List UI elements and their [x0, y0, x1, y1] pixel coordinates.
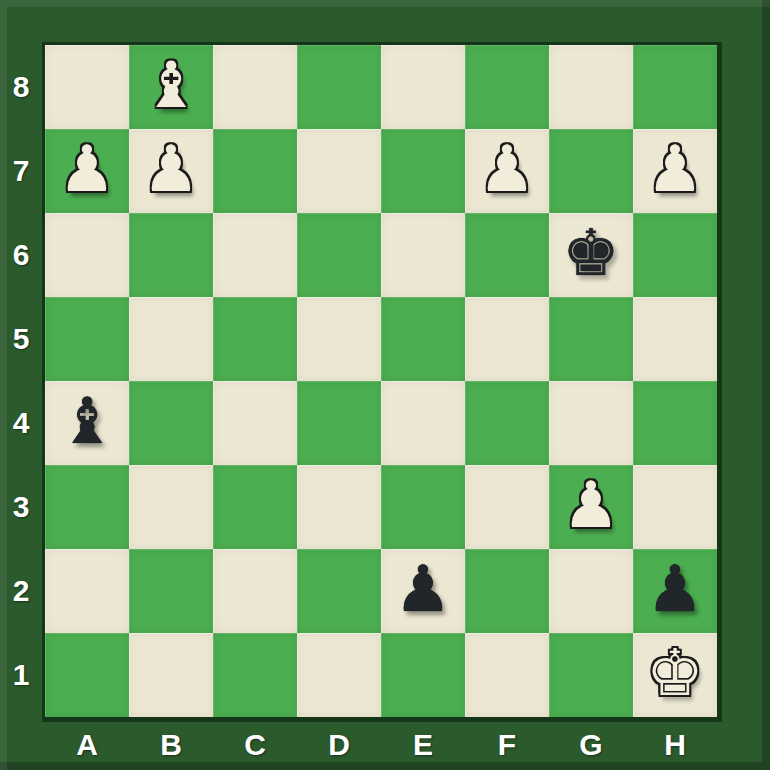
square-a2[interactable] — [45, 549, 129, 633]
file-label-b: B — [129, 722, 213, 770]
square-d2[interactable] — [297, 549, 381, 633]
file-label-e: E — [381, 722, 465, 770]
square-d1[interactable] — [297, 633, 381, 717]
file-label-g: G — [549, 722, 633, 770]
rank-label-2: 2 — [0, 549, 42, 633]
square-a6[interactable] — [45, 213, 129, 297]
square-d4[interactable] — [297, 381, 381, 465]
square-e2[interactable]: ♟ — [381, 549, 465, 633]
square-b8[interactable]: ♝ — [129, 45, 213, 129]
square-a3[interactable] — [45, 465, 129, 549]
white-pawn[interactable]: ♟ — [142, 137, 199, 201]
square-e5[interactable] — [381, 297, 465, 381]
square-g6[interactable]: ♚ — [549, 213, 633, 297]
square-a4[interactable]: ♝ — [45, 381, 129, 465]
square-h2[interactable]: ♟ — [633, 549, 717, 633]
rank-label-1: 1 — [0, 633, 42, 717]
square-c3[interactable] — [213, 465, 297, 549]
rank-label-6: 6 — [0, 213, 42, 297]
file-label-a: A — [45, 722, 129, 770]
square-h3[interactable] — [633, 465, 717, 549]
square-f8[interactable] — [465, 45, 549, 129]
square-d5[interactable] — [297, 297, 381, 381]
square-c8[interactable] — [213, 45, 297, 129]
square-h1[interactable]: ♚ — [633, 633, 717, 717]
square-b5[interactable] — [129, 297, 213, 381]
square-d8[interactable] — [297, 45, 381, 129]
square-f3[interactable] — [465, 465, 549, 549]
square-a7[interactable]: ♟ — [45, 129, 129, 213]
square-h4[interactable] — [633, 381, 717, 465]
square-g2[interactable] — [549, 549, 633, 633]
square-g7[interactable] — [549, 129, 633, 213]
chess-board: ♝♟♟♟♟♚♝♟♟♟♚ — [42, 42, 722, 722]
square-a8[interactable] — [45, 45, 129, 129]
square-h8[interactable] — [633, 45, 717, 129]
rank-label-3: 3 — [0, 465, 42, 549]
square-h7[interactable]: ♟ — [633, 129, 717, 213]
rank-label-4: 4 — [0, 381, 42, 465]
rank-label-8: 8 — [0, 45, 42, 129]
black-bishop[interactable]: ♝ — [58, 389, 115, 453]
square-g1[interactable] — [549, 633, 633, 717]
chess-board-frame: ♝♟♟♟♟♚♝♟♟♟♚ 87654321ABCDEFGH — [0, 0, 770, 770]
square-f2[interactable] — [465, 549, 549, 633]
white-pawn[interactable]: ♟ — [562, 473, 619, 537]
square-a1[interactable] — [45, 633, 129, 717]
square-f1[interactable] — [465, 633, 549, 717]
square-c2[interactable] — [213, 549, 297, 633]
black-king[interactable]: ♚ — [562, 221, 619, 285]
square-c1[interactable] — [213, 633, 297, 717]
square-c7[interactable] — [213, 129, 297, 213]
square-g8[interactable] — [549, 45, 633, 129]
square-f4[interactable] — [465, 381, 549, 465]
white-pawn[interactable]: ♟ — [646, 137, 703, 201]
black-pawn[interactable]: ♟ — [646, 557, 703, 621]
square-b6[interactable] — [129, 213, 213, 297]
square-d6[interactable] — [297, 213, 381, 297]
square-b1[interactable] — [129, 633, 213, 717]
square-a5[interactable] — [45, 297, 129, 381]
file-label-c: C — [213, 722, 297, 770]
square-e7[interactable] — [381, 129, 465, 213]
black-pawn[interactable]: ♟ — [394, 557, 451, 621]
square-f6[interactable] — [465, 213, 549, 297]
white-pawn[interactable]: ♟ — [478, 137, 535, 201]
square-f7[interactable]: ♟ — [465, 129, 549, 213]
white-king[interactable]: ♚ — [646, 641, 703, 705]
square-c6[interactable] — [213, 213, 297, 297]
rank-label-5: 5 — [0, 297, 42, 381]
white-bishop[interactable]: ♝ — [142, 53, 199, 117]
square-h6[interactable] — [633, 213, 717, 297]
square-b7[interactable]: ♟ — [129, 129, 213, 213]
file-label-h: H — [633, 722, 717, 770]
square-b3[interactable] — [129, 465, 213, 549]
rank-label-7: 7 — [0, 129, 42, 213]
square-e1[interactable] — [381, 633, 465, 717]
square-f5[interactable] — [465, 297, 549, 381]
file-label-f: F — [465, 722, 549, 770]
white-pawn[interactable]: ♟ — [58, 137, 115, 201]
square-d3[interactable] — [297, 465, 381, 549]
square-e4[interactable] — [381, 381, 465, 465]
file-label-d: D — [297, 722, 381, 770]
square-g3[interactable]: ♟ — [549, 465, 633, 549]
square-b2[interactable] — [129, 549, 213, 633]
square-b4[interactable] — [129, 381, 213, 465]
square-e8[interactable] — [381, 45, 465, 129]
square-e3[interactable] — [381, 465, 465, 549]
square-h5[interactable] — [633, 297, 717, 381]
square-e6[interactable] — [381, 213, 465, 297]
square-c4[interactable] — [213, 381, 297, 465]
square-g4[interactable] — [549, 381, 633, 465]
square-g5[interactable] — [549, 297, 633, 381]
square-c5[interactable] — [213, 297, 297, 381]
square-d7[interactable] — [297, 129, 381, 213]
